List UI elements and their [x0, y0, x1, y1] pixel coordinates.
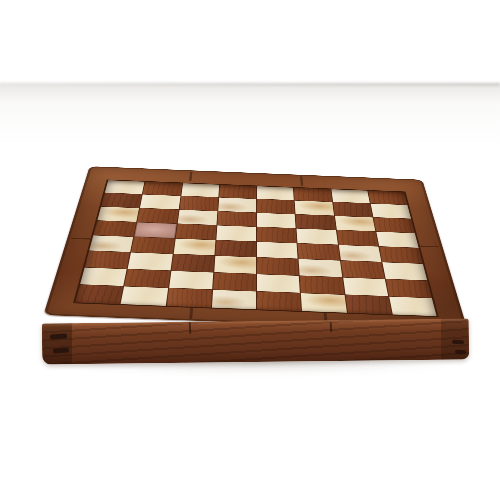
square-r7c7-light	[389, 296, 437, 316]
square-r0c5-dark	[294, 188, 332, 202]
square-r6c5-dark	[300, 276, 344, 295]
finger-joint-mark	[452, 340, 464, 345]
square-r2c2-light	[177, 210, 217, 225]
square-r1c4-dark	[257, 199, 295, 214]
square-r0c4-light	[257, 186, 294, 200]
square-r5c3-light	[214, 256, 256, 274]
square-r4c2-light	[173, 239, 215, 256]
frame-notch	[71, 238, 93, 240]
square-r4c3-dark	[215, 240, 256, 257]
square-r6c7-dark	[385, 279, 431, 298]
square-r5c2-dark	[171, 254, 214, 272]
square-r1c3-light	[218, 198, 256, 213]
square-r6c4-light	[257, 274, 300, 293]
photo-canvas	[0, 0, 500, 500]
square-r1c0-dark	[101, 193, 142, 208]
square-r2c0-light	[97, 206, 139, 221]
square-r4c6-light	[338, 245, 381, 262]
square-r7c5-light	[301, 293, 346, 313]
square-r1c6-dark	[333, 202, 373, 217]
square-r6c0-light	[80, 267, 127, 285]
square-r6c3-dark	[213, 272, 256, 291]
square-r4c0-light	[89, 235, 133, 252]
square-r1c2-dark	[179, 196, 218, 211]
square-r5c7-light	[382, 262, 427, 280]
square-r2c7-dark	[373, 217, 414, 232]
square-r3c3-light	[216, 225, 256, 241]
square-r3c5-light	[297, 228, 338, 244]
frame-notch	[300, 176, 303, 186]
square-r0c7-dark	[368, 191, 407, 205]
square-r0c2-light	[181, 183, 219, 197]
square-r7c0-dark	[75, 285, 123, 304]
backdrop-seam-line	[0, 83, 500, 86]
square-r5c5-light	[299, 259, 342, 277]
square-r5c0-dark	[85, 251, 130, 269]
backdrop-seam	[0, 80, 500, 150]
chessboard	[43, 166, 468, 331]
square-r4c4-light	[257, 242, 298, 259]
square-r5c1-light	[128, 253, 172, 271]
square-r7c3-light	[212, 290, 256, 310]
apron-seam	[330, 322, 332, 332]
square-r4c5-dark	[298, 243, 340, 260]
square-r0c3-dark	[219, 185, 256, 199]
finger-joint-mark	[455, 350, 466, 355]
square-r7c4-dark	[257, 291, 301, 311]
square-r7c1-light	[121, 286, 168, 305]
square-r2c5-dark	[296, 214, 336, 229]
square-r3c7-light	[376, 232, 419, 248]
square-r0c6-light	[331, 189, 370, 203]
square-r7c6-dark	[345, 295, 392, 315]
square-r5c4-dark	[257, 257, 299, 275]
apron-seam	[189, 322, 191, 334]
square-r6c6-light	[343, 277, 388, 296]
square-r3c1-light	[134, 222, 176, 238]
square-r4c1-dark	[131, 237, 174, 254]
board-frame	[43, 166, 468, 331]
square-r3c6-dark	[336, 230, 378, 246]
square-r3c4-dark	[257, 227, 297, 243]
square-r6c2-light	[169, 271, 213, 290]
square-r1c7-light	[371, 204, 411, 219]
square-r2c3-dark	[217, 211, 256, 226]
square-r2c6-light	[335, 216, 376, 231]
square-r0c0-light	[105, 180, 145, 194]
square-r1c1-light	[140, 195, 180, 210]
square-r3c2-dark	[175, 224, 216, 240]
square-r1c5-light	[295, 201, 334, 216]
frame-notch	[189, 307, 193, 319]
square-r2c1-dark	[137, 208, 178, 223]
frame-notch	[418, 245, 439, 247]
square-r2c4-light	[257, 213, 296, 228]
square-r0c1-dark	[143, 182, 182, 196]
square-r4c7-dark	[379, 247, 423, 264]
square-r5c6-dark	[340, 261, 384, 279]
square-r3c0-dark	[93, 221, 136, 237]
frame-notch	[189, 172, 193, 181]
board-grid	[75, 180, 436, 316]
board-front-edge	[42, 318, 469, 364]
square-r7c2-dark	[166, 288, 212, 308]
square-r6c1-dark	[124, 269, 170, 288]
